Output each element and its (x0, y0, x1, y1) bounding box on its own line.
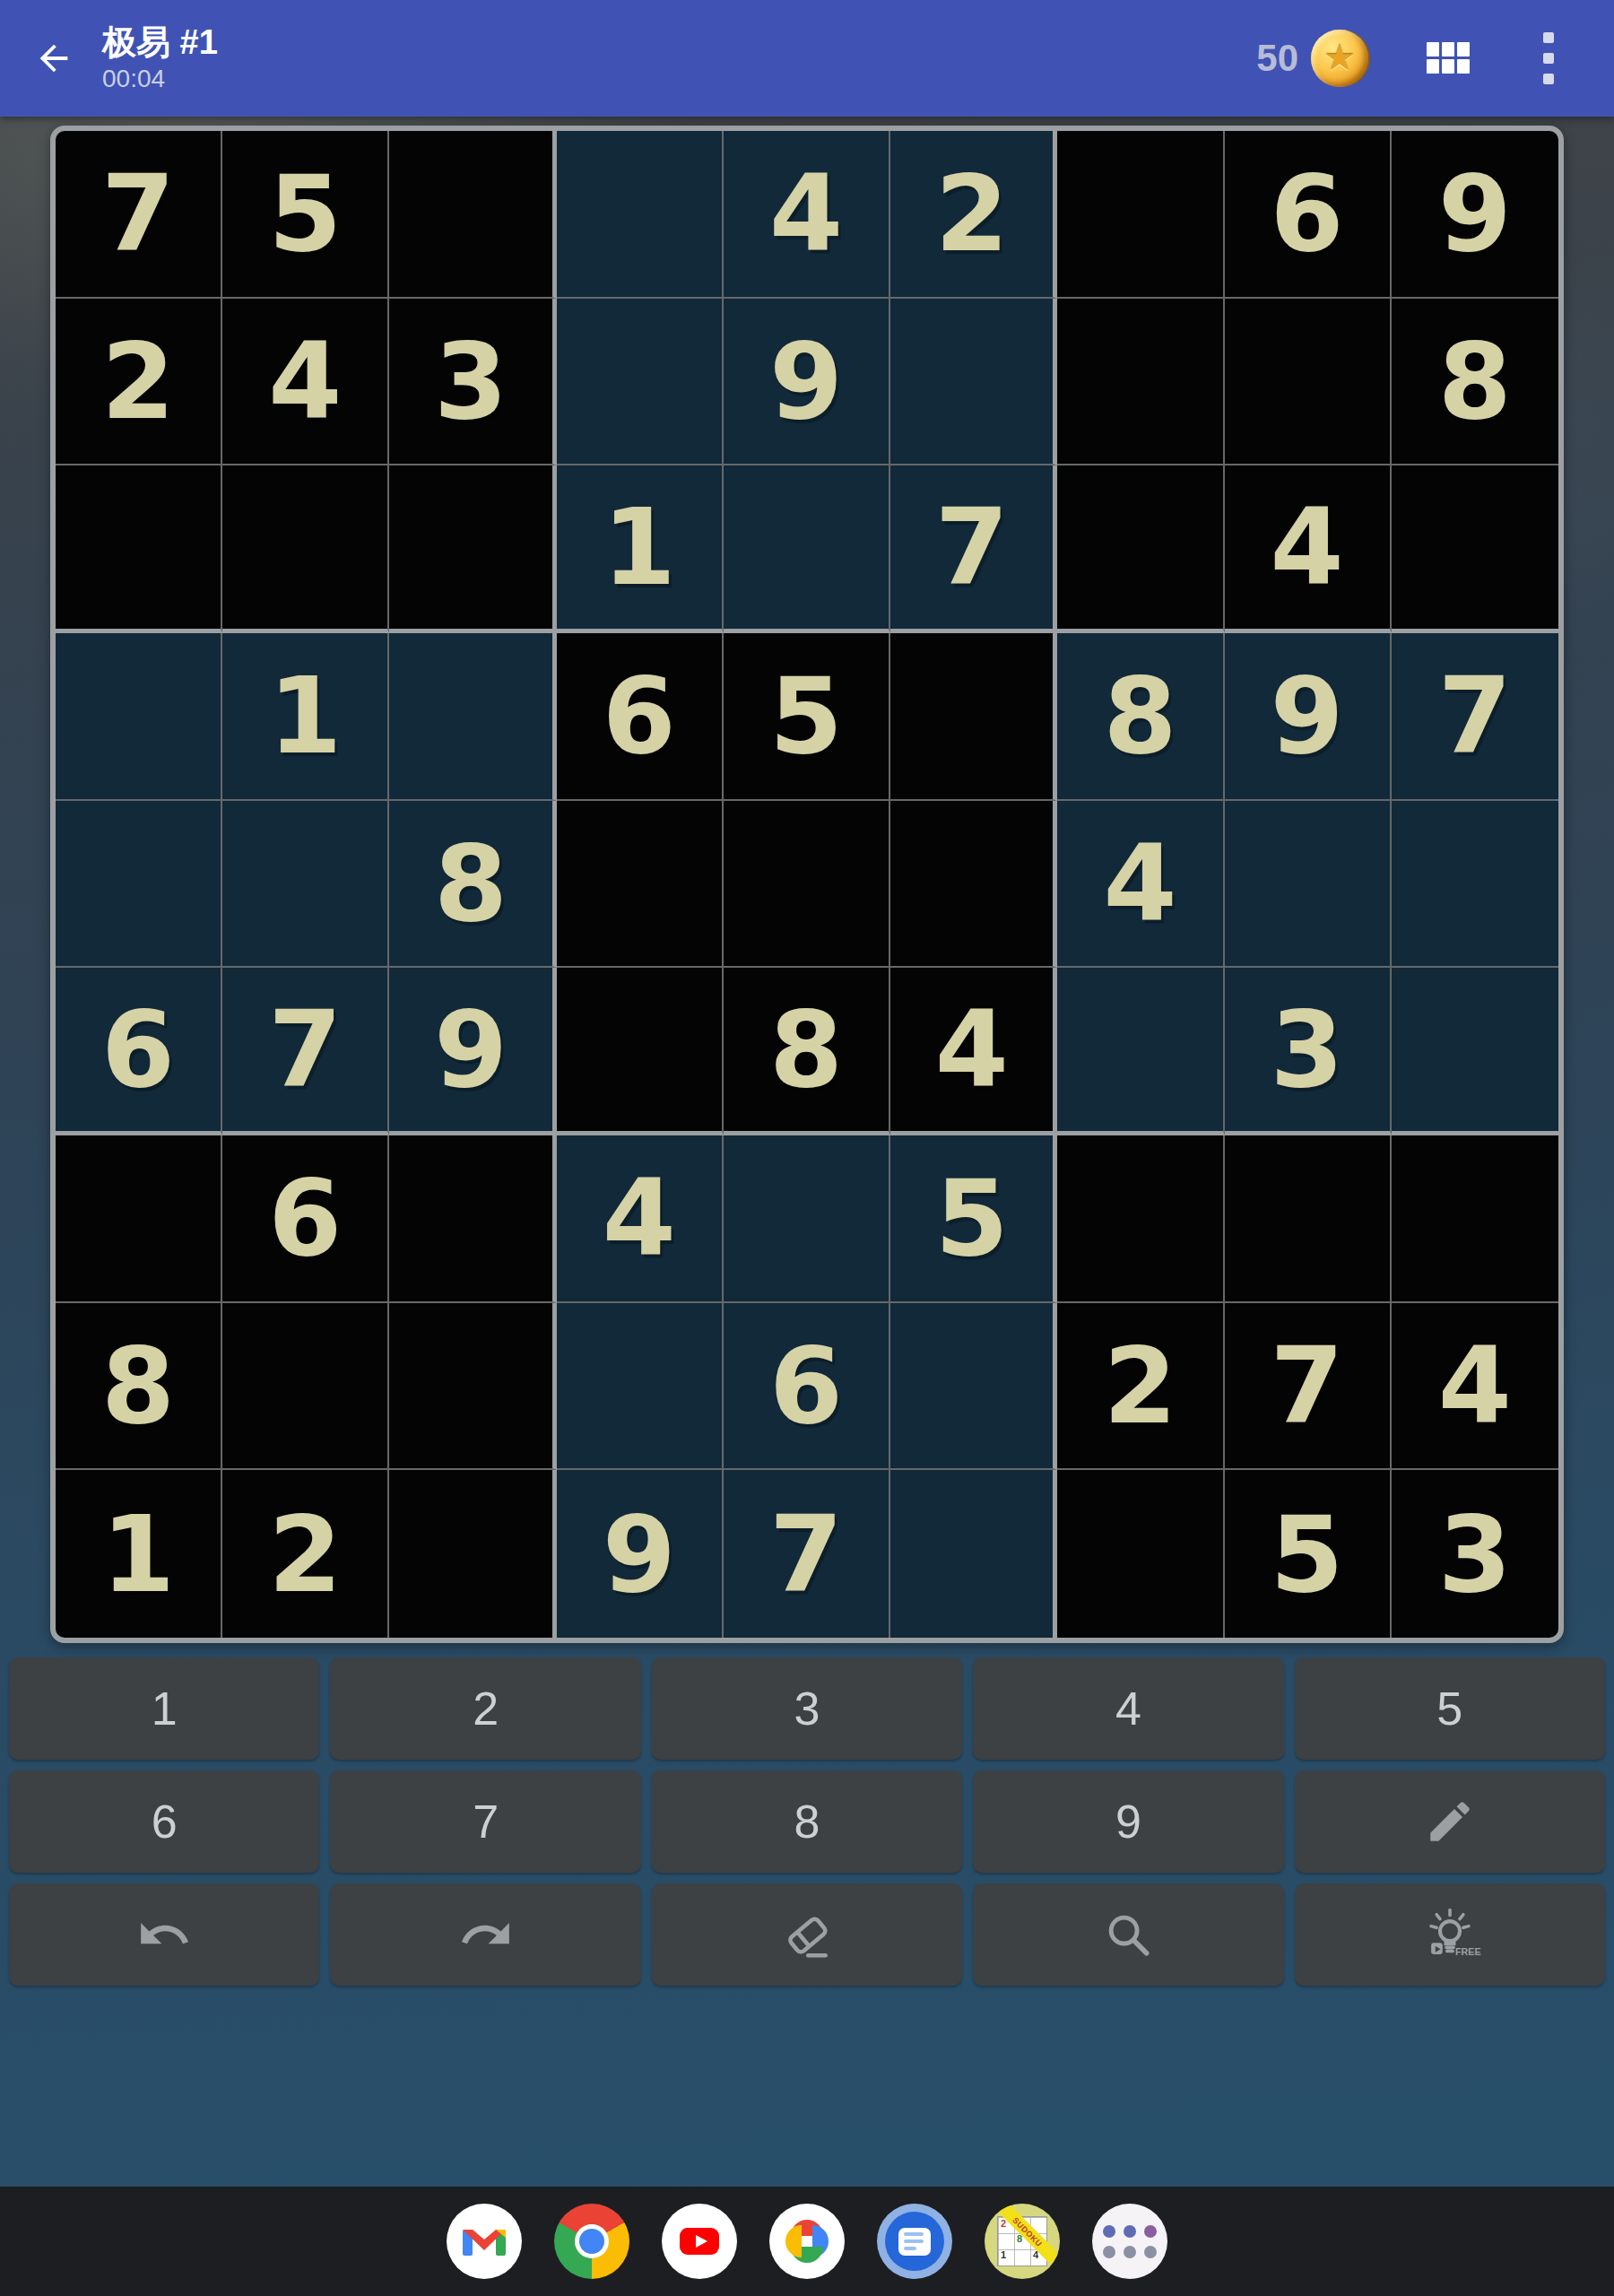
more-vert-icon (1543, 32, 1554, 43)
cell-r1c2[interactable]: 5 (222, 131, 389, 299)
cell-r4c7[interactable]: 8 (1057, 633, 1224, 801)
cell-r3c3[interactable] (389, 465, 556, 633)
cell-r6c9[interactable] (1392, 968, 1558, 1135)
cell-r9c1[interactable]: 1 (56, 1470, 222, 1638)
cell-r8c8[interactable]: 7 (1225, 1303, 1392, 1471)
cell-r9c3[interactable] (389, 1470, 556, 1638)
cell-r3c5[interactable] (724, 465, 890, 633)
key-6[interactable]: 6 (9, 1770, 319, 1873)
back-button[interactable] (30, 35, 77, 82)
cell-r1c8[interactable]: 6 (1225, 131, 1392, 299)
cell-r9c4[interactable]: 9 (557, 1470, 724, 1638)
pencil-icon (1424, 1796, 1476, 1848)
cell-r4c9[interactable]: 7 (1392, 633, 1558, 801)
cell-r3c9[interactable] (1392, 465, 1558, 633)
cell-r2c8[interactable] (1225, 299, 1392, 466)
cell-r6c2[interactable]: 7 (222, 968, 389, 1135)
cell-r6c3[interactable]: 9 (389, 968, 556, 1135)
search-button[interactable] (973, 1883, 1283, 1986)
cell-r4c4[interactable]: 6 (557, 633, 724, 801)
cell-r7c1[interactable] (56, 1135, 222, 1303)
hint-bulb-icon: FREE (1418, 1905, 1482, 1964)
page-title: 极易 #1 (102, 22, 218, 62)
app-drawer-icon[interactable] (1092, 2204, 1167, 2279)
cell-r1c6[interactable]: 2 (890, 131, 1057, 299)
cell-r1c4[interactable] (557, 131, 724, 299)
eraser-button[interactable] (652, 1883, 962, 1986)
cell-r3c1[interactable] (56, 465, 222, 633)
cell-r1c9[interactable]: 9 (1392, 131, 1558, 299)
cell-r2c3[interactable]: 3 (389, 299, 556, 466)
cell-r5c5[interactable] (724, 801, 890, 969)
cell-r2c2[interactable]: 4 (222, 299, 389, 466)
cell-r8c7[interactable]: 2 (1057, 1303, 1224, 1471)
cell-r5c7[interactable]: 4 (1057, 801, 1224, 969)
key-8[interactable]: 8 (652, 1770, 962, 1873)
cell-r9c2[interactable]: 2 (222, 1470, 389, 1638)
cell-r9c9[interactable]: 3 (1392, 1470, 1558, 1638)
cell-r6c6[interactable]: 4 (890, 968, 1057, 1135)
eraser-icon (779, 1907, 835, 1962)
cell-r8c1[interactable]: 8 (56, 1303, 222, 1471)
cell-r7c7[interactable] (1057, 1135, 1224, 1303)
cell-r1c3[interactable] (389, 131, 556, 299)
cell-r7c9[interactable] (1392, 1135, 1558, 1303)
cell-r8c3[interactable] (389, 1303, 556, 1471)
key-1[interactable]: 1 (9, 1657, 319, 1760)
hint-button[interactable]: FREE (1295, 1883, 1605, 1986)
new-game-grid-button[interactable] (1426, 37, 1472, 80)
cell-r6c1[interactable]: 6 (56, 968, 222, 1135)
undo-button[interactable] (9, 1883, 319, 1986)
cell-r9c6[interactable] (890, 1470, 1057, 1638)
cell-r5c4[interactable] (557, 801, 724, 969)
messages-icon[interactable] (877, 2204, 952, 2279)
cell-r7c4[interactable]: 4 (557, 1135, 724, 1303)
key-3[interactable]: 3 (652, 1657, 962, 1760)
cell-r2c5[interactable]: 9 (724, 299, 890, 466)
cell-r8c4[interactable] (557, 1303, 724, 1471)
cell-r5c9[interactable] (1392, 801, 1558, 969)
cell-r8c2[interactable] (222, 1303, 389, 1471)
cell-r4c6[interactable] (890, 633, 1057, 801)
pencil-button[interactable] (1295, 1770, 1605, 1873)
key-4[interactable]: 4 (973, 1657, 1283, 1760)
gmail-icon[interactable] (447, 2204, 522, 2279)
sudoku-board: 7542692439817416589784679843645862741297… (50, 126, 1564, 1643)
cell-r1c1[interactable]: 7 (56, 131, 222, 299)
key-2[interactable]: 2 (330, 1657, 640, 1760)
redo-button[interactable] (330, 1883, 640, 1986)
cell-r4c5[interactable]: 5 (724, 633, 890, 801)
cell-r9c8[interactable]: 5 (1225, 1470, 1392, 1638)
cell-r4c3[interactable] (389, 633, 556, 801)
cell-r3c4[interactable]: 1 (557, 465, 724, 633)
cell-r1c5[interactable]: 4 (724, 131, 890, 299)
cell-r2c4[interactable] (557, 299, 724, 466)
cell-r6c5[interactable]: 8 (724, 968, 890, 1135)
cell-r1c7[interactable] (1057, 131, 1224, 299)
cell-r4c8[interactable]: 9 (1225, 633, 1392, 801)
search-icon (1100, 1907, 1156, 1962)
android-dock: 2 8 1 4 SUDOKU (0, 2187, 1614, 2296)
number-keypad: 123456789FREE (9, 1657, 1605, 1996)
cell-r3c6[interactable]: 7 (890, 465, 1057, 633)
cell-r8c6[interactable] (890, 1303, 1057, 1471)
key-7[interactable]: 7 (330, 1770, 640, 1873)
cell-r5c8[interactable] (1225, 801, 1392, 969)
cell-r5c3[interactable]: 8 (389, 801, 556, 969)
cell-r2c7[interactable] (1057, 299, 1224, 466)
redo-icon (458, 1907, 514, 1962)
title-block: 极易 #1 00:04 (102, 22, 218, 94)
google-photos-icon[interactable] (769, 2204, 845, 2279)
cell-r5c1[interactable] (56, 801, 222, 969)
cell-r7c2[interactable]: 6 (222, 1135, 389, 1303)
cell-r4c2[interactable]: 1 (222, 633, 389, 801)
top-bar: 极易 #1 00:04 50 ★ (0, 0, 1614, 117)
youtube-icon[interactable] (662, 2204, 737, 2279)
chrome-icon[interactable] (554, 2204, 629, 2279)
cell-r9c7[interactable] (1057, 1470, 1224, 1638)
key-5[interactable]: 5 (1295, 1657, 1605, 1760)
timer: 00:04 (102, 64, 218, 94)
coin-count: 50 (1256, 37, 1298, 80)
coin-icon[interactable]: ★ (1311, 30, 1368, 87)
cell-r5c6[interactable] (890, 801, 1057, 969)
cell-r7c6[interactable]: 5 (890, 1135, 1057, 1303)
svg-text:FREE: FREE (1455, 1946, 1481, 1957)
back-arrow-icon (33, 38, 74, 79)
cell-r9c5[interactable]: 7 (724, 1470, 890, 1638)
sudoku-app-icon[interactable]: 2 8 1 4 SUDOKU (985, 2204, 1060, 2279)
cell-r7c5[interactable] (724, 1135, 890, 1303)
cell-r3c8[interactable]: 4 (1225, 465, 1392, 633)
cell-r3c2[interactable] (222, 465, 389, 633)
key-9[interactable]: 9 (973, 1770, 1283, 1873)
cell-r4c1[interactable] (56, 633, 222, 801)
cell-r3c7[interactable] (1057, 465, 1224, 633)
cell-r6c8[interactable]: 3 (1225, 968, 1392, 1135)
cell-r6c4[interactable] (557, 968, 724, 1135)
cell-r2c6[interactable] (890, 299, 1057, 466)
undo-icon (136, 1907, 192, 1962)
more-menu-button[interactable] (1535, 32, 1562, 84)
cell-r6c7[interactable] (1057, 968, 1224, 1135)
cell-r7c8[interactable] (1225, 1135, 1392, 1303)
cell-r2c9[interactable]: 8 (1392, 299, 1558, 466)
cell-r5c2[interactable] (222, 801, 389, 969)
cell-r8c9[interactable]: 4 (1392, 1303, 1558, 1471)
cell-r2c1[interactable]: 2 (56, 299, 222, 466)
grid-icon (1427, 40, 1471, 76)
cell-r7c3[interactable] (389, 1135, 556, 1303)
cell-r8c5[interactable]: 6 (724, 1303, 890, 1471)
